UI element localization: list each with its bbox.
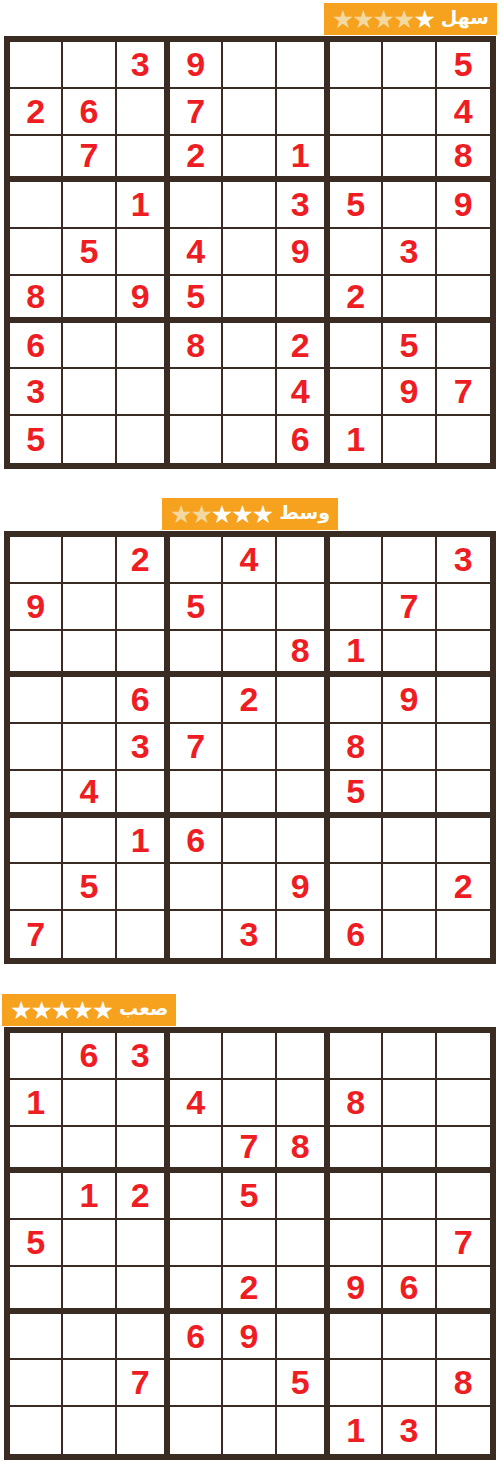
cell-r9c7: 1 [330,1407,383,1454]
cell-r9c2[interactable] [63,911,116,958]
cell-r1c3: 3 [117,42,170,89]
cell-r5c5[interactable] [223,724,276,771]
cell-r2c1: 2 [10,89,63,136]
cell-r8c1[interactable] [10,1360,63,1407]
banner-row-hard: ★★★★★ صعب [0,994,500,1026]
cell-r4c4[interactable] [170,1173,223,1220]
cell-r7c7[interactable] [330,323,383,370]
cell-r5c4: 7 [170,724,223,771]
cell-r5c7: 8 [330,724,383,771]
difficulty-label-hard: صعب [119,999,168,1022]
cell-r8c3: 7 [117,1360,170,1407]
cell-r6c9[interactable] [437,1267,490,1314]
cell-r4c6[interactable] [277,1173,330,1220]
cell-r8c9: 8 [437,1360,490,1407]
cell-r3c9[interactable] [437,1127,490,1174]
cell-r6c1[interactable] [10,771,63,818]
cell-r2c9: 4 [437,89,490,136]
star-filled-icon: ★ [231,502,253,527]
cell-r4c9: 9 [437,182,490,229]
cell-r2c3[interactable] [117,1080,170,1127]
cell-r2c5[interactable] [223,584,276,631]
cell-r5c5[interactable] [223,229,276,276]
cell-r1c2[interactable] [63,42,116,89]
difficulty-stars-medium: ★★★★★ [170,502,272,527]
cell-r8c9: 7 [437,369,490,416]
cell-r1c6[interactable] [277,1033,330,1080]
cell-r4c9[interactable] [437,677,490,724]
cell-r2c6[interactable] [277,584,330,631]
cell-r4c3: 6 [117,677,170,724]
puzzle-section-hard: ★★★★★ صعب 6314878125572966975813 [0,994,500,1460]
cell-r9c8: 3 [383,1407,436,1454]
cell-r6c8: 6 [383,1267,436,1314]
cell-r6c2[interactable] [63,276,116,323]
cell-r6c9[interactable] [437,771,490,818]
cell-r4c5[interactable] [223,182,276,229]
cell-r9c5: 3 [223,911,276,958]
cell-r9c3[interactable] [117,416,170,463]
star-filled-icon: ★ [51,998,73,1023]
cell-r6c8[interactable] [383,276,436,323]
sudoku-grid-easy: 3952674721813595493895268253497561 [4,36,496,469]
cell-r3c9: 8 [437,136,490,183]
puzzle-section-easy: ★★★★★ سهل 395267472181359549389526825349… [0,3,500,469]
cell-r3c3[interactable] [117,631,170,678]
cell-r6c1[interactable] [10,1267,63,1314]
cell-r8c1[interactable] [10,864,63,911]
difficulty-banner-medium: ★★★★★ وسط [162,498,338,530]
cell-r8c2[interactable] [63,369,116,416]
cell-r8c1: 3 [10,369,63,416]
star-filled-icon: ★ [252,502,274,527]
cell-r5c5[interactable] [223,1220,276,1267]
cell-r4c2[interactable] [63,677,116,724]
difficulty-stars-easy: ★★★★★ [332,7,434,32]
cell-r8c3[interactable] [117,369,170,416]
cell-r9c9[interactable] [437,1407,490,1454]
cell-r8c7[interactable] [330,369,383,416]
cell-r3c2[interactable] [63,1127,116,1174]
cell-r4c3: 2 [117,1173,170,1220]
cell-r1c9[interactable] [437,1033,490,1080]
cell-r3c3[interactable] [117,1127,170,1174]
cell-r8c5[interactable] [223,864,276,911]
cell-r4c3: 1 [117,182,170,229]
cell-r7c3[interactable] [117,1314,170,1361]
cell-r9c1: 7 [10,911,63,958]
cell-r4c7[interactable] [330,1173,383,1220]
cell-r4c1[interactable] [10,1173,63,1220]
cell-r9c2[interactable] [63,1407,116,1454]
star-filled-icon: ★ [10,998,32,1023]
sudoku-sheet: ★★★★★ سهل 395267472181359549389526825349… [0,3,500,1460]
cell-r6c7: 9 [330,1267,383,1314]
cell-r3c2: 7 [63,136,116,183]
cell-r3c4[interactable] [170,631,223,678]
cell-r7c8[interactable] [383,1314,436,1361]
cell-r3c7[interactable] [330,1127,383,1174]
cell-r1c2: 6 [63,1033,116,1080]
cell-r2c8[interactable] [383,89,436,136]
cell-r5c2[interactable] [63,724,116,771]
cell-r9c8[interactable] [383,911,436,958]
cell-r3c8[interactable] [383,136,436,183]
cell-r8c2[interactable] [63,1360,116,1407]
cell-r9c9[interactable] [437,911,490,958]
cell-r6c5[interactable] [223,276,276,323]
cell-r4c2[interactable] [63,182,116,229]
cell-r9c1[interactable] [10,1407,63,1454]
cell-r1c8[interactable] [383,537,436,584]
cell-r7c4: 6 [170,818,223,865]
cell-r5c7[interactable] [330,229,383,276]
cell-r5c9: 7 [437,1220,490,1267]
cell-r8c4[interactable] [170,864,223,911]
cell-r3c1[interactable] [10,136,63,183]
banner-row-medium: ★★★★★ وسط [0,498,500,530]
cell-r2c2: 6 [63,89,116,136]
cell-r2c9[interactable] [437,1080,490,1127]
cell-r4c4[interactable] [170,182,223,229]
cell-r6c5[interactable] [223,771,276,818]
cell-r4c1[interactable] [10,182,63,229]
cell-r3c8[interactable] [383,631,436,678]
puzzle-section-medium: ★★★★★ وسط 243957816293784516592736 [0,498,500,964]
cell-r6c4[interactable] [170,771,223,818]
cell-r6c3: 9 [117,276,170,323]
cell-r1c6[interactable] [277,42,330,89]
cell-r3c7: 1 [330,631,383,678]
cell-r5c8[interactable] [383,1220,436,1267]
cell-r7c4: 8 [170,323,223,370]
cell-r5c9[interactable] [437,229,490,276]
cell-r7c7[interactable] [330,1314,383,1361]
difficulty-banner-easy: ★★★★★ سهل [324,3,497,35]
cell-r2c5[interactable] [223,89,276,136]
cell-r2c4: 7 [170,89,223,136]
cell-r5c2: 5 [63,229,116,276]
cell-r7c4: 6 [170,1314,223,1361]
cell-r6c2: 4 [63,771,116,818]
cell-r3c1[interactable] [10,631,63,678]
cell-r1c8[interactable] [383,1033,436,1080]
banner-row-easy: ★★★★★ سهل [0,3,500,35]
cell-r6c8[interactable] [383,771,436,818]
cell-r7c2[interactable] [63,818,116,865]
cell-r3c5: 7 [223,1127,276,1174]
cell-r9c9[interactable] [437,416,490,463]
cell-r5c3: 3 [117,724,170,771]
cell-r7c6: 2 [277,323,330,370]
cell-r8c5[interactable] [223,369,276,416]
cell-r3c9[interactable] [437,631,490,678]
star-filled-icon: ★ [71,998,93,1023]
cell-r6c1: 8 [10,276,63,323]
cell-r8c2: 5 [63,864,116,911]
cell-r2c7[interactable] [330,584,383,631]
cell-r8c8[interactable] [383,1360,436,1407]
cell-r3c6: 8 [277,631,330,678]
cell-r8c6: 9 [277,864,330,911]
difficulty-stars-hard: ★★★★★ [10,998,112,1023]
cell-r5c6: 9 [277,229,330,276]
cell-r8c5[interactable] [223,1360,276,1407]
cell-r4c6: 3 [277,182,330,229]
cell-r1c2[interactable] [63,537,116,584]
cell-r9c5[interactable] [223,416,276,463]
star-empty-icon: ★ [373,7,395,32]
cell-r5c9[interactable] [437,724,490,771]
cell-r3c4[interactable] [170,1127,223,1174]
difficulty-label-medium: وسط [279,503,330,526]
cell-r2c2[interactable] [63,1080,116,1127]
difficulty-label-easy: سهل [441,8,489,31]
cell-r7c7[interactable] [330,818,383,865]
cell-r3c2[interactable] [63,631,116,678]
cell-r1c3: 2 [117,537,170,584]
cell-r1c9: 3 [437,537,490,584]
cell-r2c8: 7 [383,584,436,631]
cell-r5c1: 5 [10,1220,63,1267]
cell-r3c5[interactable] [223,631,276,678]
cell-r9c5[interactable] [223,1407,276,1454]
cell-r1c1[interactable] [10,537,63,584]
cell-r7c1: 6 [10,323,63,370]
cell-r1c1[interactable] [10,42,63,89]
cell-r4c4[interactable] [170,677,223,724]
cell-r7c9[interactable] [437,323,490,370]
cell-r2c3[interactable] [117,584,170,631]
cell-r7c2[interactable] [63,323,116,370]
cell-r7c8: 5 [383,323,436,370]
cell-r8c4[interactable] [170,369,223,416]
cell-r6c9[interactable] [437,276,490,323]
cell-r1c7[interactable] [330,1033,383,1080]
cell-r5c4[interactable] [170,1220,223,1267]
star-empty-icon: ★ [352,7,374,32]
cell-r5c1[interactable] [10,724,63,771]
cell-r6c6[interactable] [277,771,330,818]
cell-r7c2[interactable] [63,1314,116,1361]
difficulty-banner-hard: ★★★★★ صعب [2,994,176,1026]
cell-r8c4[interactable] [170,1360,223,1407]
cell-r3c6: 8 [277,1127,330,1174]
cell-r1c4: 9 [170,42,223,89]
cell-r5c8[interactable] [383,724,436,771]
star-empty-icon: ★ [393,7,415,32]
cell-r2c1: 9 [10,584,63,631]
cell-r7c1[interactable] [10,818,63,865]
cell-r2c7: 8 [330,1080,383,1127]
cell-r1c5: 4 [223,537,276,584]
cell-r4c8: 9 [383,677,436,724]
cell-r9c7: 6 [330,911,383,958]
cell-r2c5[interactable] [223,1080,276,1127]
cell-r3c3[interactable] [117,136,170,183]
cell-r3c7[interactable] [330,136,383,183]
cell-r2c3[interactable] [117,89,170,136]
star-empty-icon: ★ [332,7,354,32]
cell-r4c6[interactable] [277,677,330,724]
cell-r4c7: 5 [330,182,383,229]
cell-r9c8[interactable] [383,416,436,463]
cell-r1c4[interactable] [170,1033,223,1080]
cell-r1c8[interactable] [383,42,436,89]
cell-r2c2[interactable] [63,584,116,631]
cell-r1c1[interactable] [10,1033,63,1080]
star-filled-icon: ★ [413,7,435,32]
cell-r1c7[interactable] [330,537,383,584]
cell-r2c6[interactable] [277,89,330,136]
cell-r6c7: 5 [330,771,383,818]
cell-r3c4: 2 [170,136,223,183]
cell-r8c7[interactable] [330,1360,383,1407]
cell-r7c5[interactable] [223,818,276,865]
cell-r1c5[interactable] [223,1033,276,1080]
cell-r7c8[interactable] [383,818,436,865]
cell-r2c4: 5 [170,584,223,631]
cell-r9c4[interactable] [170,911,223,958]
cell-r6c3[interactable] [117,1267,170,1314]
cell-r1c3: 3 [117,1033,170,1080]
cell-r4c7[interactable] [330,677,383,724]
cell-r9c7: 1 [330,416,383,463]
cell-r6c4[interactable] [170,1267,223,1314]
cell-r9c6[interactable] [277,911,330,958]
cell-r9c2[interactable] [63,416,116,463]
star-empty-icon: ★ [170,502,192,527]
cell-r3c1[interactable] [10,1127,63,1174]
cell-r6c4: 5 [170,276,223,323]
cell-r5c1[interactable] [10,229,63,276]
cell-r4c2: 1 [63,1173,116,1220]
cell-r2c6[interactable] [277,1080,330,1127]
cell-r2c8[interactable] [383,1080,436,1127]
cell-r4c8[interactable] [383,182,436,229]
cell-r7c6[interactable] [277,818,330,865]
star-filled-icon: ★ [30,998,52,1023]
cell-r6c3[interactable] [117,771,170,818]
cell-r9c6[interactable] [277,1407,330,1454]
cell-r7c9[interactable] [437,818,490,865]
cell-r7c3: 1 [117,818,170,865]
cell-r5c6[interactable] [277,1220,330,1267]
cell-r7c3[interactable] [117,323,170,370]
cell-r4c5: 5 [223,1173,276,1220]
cell-r7c1[interactable] [10,1314,63,1361]
cell-r7c9[interactable] [437,1314,490,1361]
cell-r6c6[interactable] [277,1267,330,1314]
cell-r4c5: 2 [223,677,276,724]
cell-r3c6: 1 [277,136,330,183]
cell-r6c6[interactable] [277,276,330,323]
cell-r4c1[interactable] [10,677,63,724]
cell-r6c2[interactable] [63,1267,116,1314]
cell-r1c9: 5 [437,42,490,89]
cell-r9c3[interactable] [117,1407,170,1454]
cell-r8c6: 4 [277,369,330,416]
cell-r8c8: 9 [383,369,436,416]
star-filled-icon: ★ [211,502,233,527]
cell-r7c6[interactable] [277,1314,330,1361]
cell-r9c1: 5 [10,416,63,463]
cell-r3c5[interactable] [223,136,276,183]
cell-r5c6[interactable] [277,724,330,771]
star-empty-icon: ★ [190,502,212,527]
cell-r1c6[interactable] [277,537,330,584]
cell-r7c5: 9 [223,1314,276,1361]
cell-r6c7: 2 [330,276,383,323]
cell-r7c5[interactable] [223,323,276,370]
cell-r2c9[interactable] [437,584,490,631]
cell-r5c2[interactable] [63,1220,116,1267]
cell-r8c7[interactable] [330,864,383,911]
cell-r8c9: 2 [437,864,490,911]
cell-r8c8[interactable] [383,864,436,911]
cell-r2c7[interactable] [330,89,383,136]
cell-r4c9[interactable] [437,1173,490,1220]
cell-r8c6: 5 [277,1360,330,1407]
cell-r5c3[interactable] [117,1220,170,1267]
cell-r5c4: 4 [170,229,223,276]
cell-r1c5[interactable] [223,42,276,89]
sudoku-grid-hard: 6314878125572966975813 [4,1027,496,1460]
cell-r9c4[interactable] [170,416,223,463]
star-filled-icon: ★ [92,998,114,1023]
cell-r9c3[interactable] [117,911,170,958]
cell-r5c3[interactable] [117,229,170,276]
cell-r2c1: 1 [10,1080,63,1127]
cell-r8c3[interactable] [117,864,170,911]
cell-r9c4[interactable] [170,1407,223,1454]
cell-r5c8: 3 [383,229,436,276]
sudoku-grid-medium: 243957816293784516592736 [4,531,496,964]
cell-r2c4: 4 [170,1080,223,1127]
cell-r1c4[interactable] [170,537,223,584]
cell-r1c7[interactable] [330,42,383,89]
cell-r3c8[interactable] [383,1127,436,1174]
cell-r9c6: 6 [277,416,330,463]
cell-r4c8[interactable] [383,1173,436,1220]
cell-r6c5: 2 [223,1267,276,1314]
cell-r5c7[interactable] [330,1220,383,1267]
